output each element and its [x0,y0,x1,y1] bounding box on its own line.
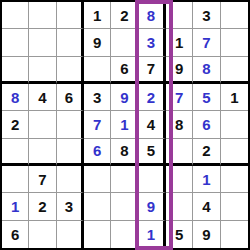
cell-r1c4[interactable]: 1 [84,2,111,29]
cell-r1c5[interactable]: 2 [111,2,138,29]
cell-r1c8[interactable]: 3 [193,2,220,29]
cell-r1c9[interactable] [221,2,248,29]
cell-r2c6[interactable]: 3 [139,29,166,56]
cell-r2c2[interactable] [29,29,56,56]
cell-r3c9[interactable] [221,57,248,84]
cell-r4c5[interactable]: 9 [111,84,138,111]
cell-r7c1[interactable] [2,166,29,193]
cell-r6c6[interactable]: 5 [139,139,166,166]
cell-r4c3[interactable]: 6 [57,84,84,111]
cell-r2c7[interactable]: 1 [166,29,193,56]
cell-r3c5[interactable]: 6 [111,57,138,84]
cell-r3c6[interactable]: 7 [139,57,166,84]
cell-r4c7[interactable]: 7 [166,84,193,111]
cell-r4c8[interactable]: 5 [193,84,220,111]
cell-r2c5[interactable] [111,29,138,56]
cell-r4c4[interactable]: 3 [84,84,111,111]
cell-r1c2[interactable] [29,2,56,29]
cell-r8c1[interactable]: 1 [2,193,29,220]
cell-r3c7[interactable]: 9 [166,57,193,84]
cell-r7c3[interactable] [57,166,84,193]
cell-r6c3[interactable] [57,139,84,166]
cell-r6c5[interactable]: 8 [111,139,138,166]
cell-r2c8[interactable]: 7 [193,29,220,56]
cell-r9c6[interactable]: 1 [139,221,166,248]
cell-r7c7[interactable] [166,166,193,193]
cell-r7c5[interactable] [111,166,138,193]
cell-r1c3[interactable] [57,2,84,29]
cell-r9c9[interactable] [221,221,248,248]
cell-r9c1[interactable]: 6 [2,221,29,248]
cell-r6c7[interactable] [166,139,193,166]
cell-r4c2[interactable]: 4 [29,84,56,111]
cell-r8c6[interactable]: 9 [139,193,166,220]
cell-r9c4[interactable] [84,221,111,248]
cell-r7c8[interactable]: 1 [193,166,220,193]
cell-r3c1[interactable] [2,57,29,84]
cell-r1c6[interactable]: 8 [139,2,166,29]
cell-r5c4[interactable]: 7 [84,111,111,138]
cell-r1c1[interactable] [2,2,29,29]
cell-r6c2[interactable] [29,139,56,166]
cell-r9c3[interactable] [57,221,84,248]
cell-r8c2[interactable]: 2 [29,193,56,220]
cell-r9c7[interactable]: 5 [166,221,193,248]
cell-r5c3[interactable] [57,111,84,138]
cell-r9c8[interactable]: 9 [193,221,220,248]
cell-r5c6[interactable]: 4 [139,111,166,138]
cell-r1c7[interactable] [166,2,193,29]
cell-r7c9[interactable] [221,166,248,193]
cell-r6c4[interactable]: 6 [84,139,111,166]
cell-r9c2[interactable] [29,221,56,248]
cell-r3c8[interactable]: 8 [193,57,220,84]
cell-r8c8[interactable]: 4 [193,193,220,220]
cell-r8c7[interactable] [166,193,193,220]
cell-r7c6[interactable] [139,166,166,193]
cell-r7c4[interactable] [84,166,111,193]
cell-r2c3[interactable] [57,29,84,56]
cell-r9c5[interactable] [111,221,138,248]
cell-r6c1[interactable] [2,139,29,166]
cell-r5c2[interactable] [29,111,56,138]
cell-r4c6[interactable]: 2 [139,84,166,111]
cell-r2c4[interactable]: 9 [84,29,111,56]
cell-r7c2[interactable]: 7 [29,166,56,193]
cell-r5c5[interactable]: 1 [111,111,138,138]
cell-r3c2[interactable] [29,57,56,84]
cell-r6c9[interactable] [221,139,248,166]
cell-r8c4[interactable] [84,193,111,220]
cell-r2c9[interactable] [221,29,248,56]
cell-r3c4[interactable] [84,57,111,84]
cell-r8c5[interactable] [111,193,138,220]
cell-r5c8[interactable]: 6 [193,111,220,138]
cell-r5c1[interactable]: 2 [2,111,29,138]
cell-r5c7[interactable]: 8 [166,111,193,138]
cell-r5c9[interactable] [221,111,248,138]
cell-r3c3[interactable] [57,57,84,84]
sudoku-board: 1283931767988463927512714866852711239461… [0,0,250,250]
cell-r4c1[interactable]: 8 [2,84,29,111]
cell-r8c3[interactable]: 3 [57,193,84,220]
cell-r4c9[interactable]: 1 [221,84,248,111]
cell-r2c1[interactable] [2,29,29,56]
cell-r8c9[interactable] [221,193,248,220]
cell-r6c8[interactable]: 2 [193,139,220,166]
